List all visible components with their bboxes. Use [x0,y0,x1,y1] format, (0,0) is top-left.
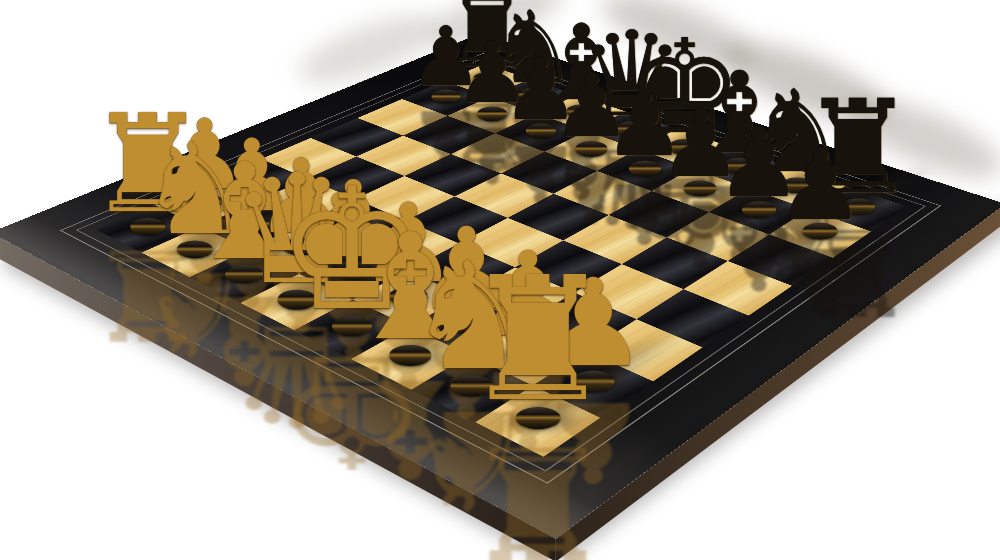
pieces-layer: ♜♜♞♞♝♝♛♛♚♚♝♝♞♞♜♜♟♟♟♟♟♟♟♟♟♟♟♟♟♟♟♟♟♟♟♟♟♟♟♟… [0,0,1000,560]
piece-glyph: ♜ [461,254,614,425]
chess-set-photo: ♜♜♞♞♝♝♛♛♚♚♝♝♞♞♜♜♟♟♟♟♟♟♟♟♟♟♟♟♟♟♟♟♟♟♟♟♟♟♟♟… [0,0,1000,560]
piece-reflection: ♜ [461,424,614,560]
piece-glyph: ♟ [776,134,865,233]
piece-reflection: ♟ [776,235,865,326]
